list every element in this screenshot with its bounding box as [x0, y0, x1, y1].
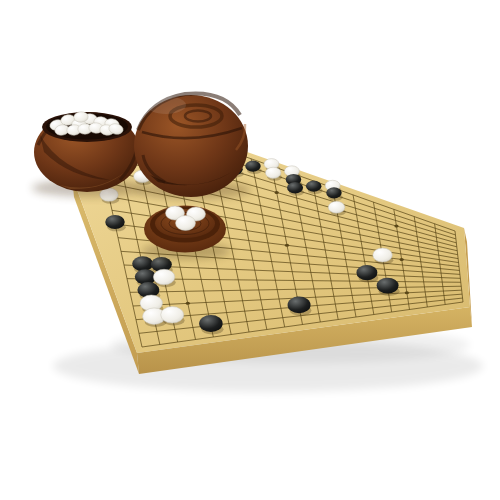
white-stone-bowl: [32, 112, 144, 197]
white-stone: [328, 201, 346, 215]
white-stone: [161, 307, 185, 326]
white-stone: [153, 269, 175, 287]
product-photo-scene: [0, 0, 500, 500]
go-scene: [0, 0, 500, 500]
white-stone: [373, 248, 394, 264]
